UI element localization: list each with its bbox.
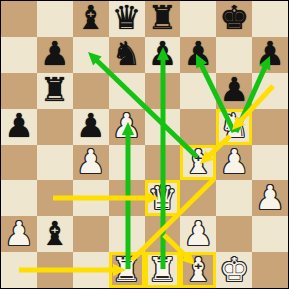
piece-white-pawn-a2[interactable]: ♟ — [4, 217, 34, 250]
square-g2[interactable] — [216, 216, 252, 252]
square-f8[interactable] — [180, 1, 216, 37]
square-b2[interactable]: ♝ — [37, 216, 73, 252]
square-c2[interactable] — [73, 216, 109, 252]
square-a7[interactable] — [1, 37, 37, 73]
piece-black-pawn-f7[interactable]: ♟ — [184, 37, 214, 70]
square-d7[interactable]: ♞ — [109, 37, 145, 73]
piece-white-bishop-f4[interactable]: ♝ — [184, 145, 214, 178]
piece-black-pawn-e7[interactable]: ♟ — [148, 37, 178, 70]
square-c7[interactable] — [73, 37, 109, 73]
piece-black-pawn-g6[interactable]: ♟ — [219, 73, 249, 106]
square-g1[interactable]: ♚ — [216, 252, 252, 288]
piece-black-pawn-h7[interactable]: ♟ — [255, 37, 285, 70]
square-a3[interactable] — [1, 180, 37, 216]
square-c6[interactable] — [73, 73, 109, 109]
square-e5[interactable] — [145, 109, 181, 145]
piece-black-bishop-c8[interactable]: ♝ — [76, 1, 106, 34]
square-a5[interactable]: ♟ — [1, 109, 37, 145]
square-e4[interactable] — [145, 145, 181, 181]
square-f6[interactable] — [180, 73, 216, 109]
square-e2[interactable] — [145, 216, 181, 252]
piece-black-bishop-b2[interactable]: ♝ — [40, 217, 70, 250]
square-h7[interactable]: ♟ — [252, 37, 288, 73]
piece-white-pawn-g4[interactable]: ♟ — [219, 145, 249, 178]
square-f3[interactable] — [180, 180, 216, 216]
square-d8[interactable]: ♛ — [109, 1, 145, 37]
square-d3[interactable] — [109, 180, 145, 216]
square-b3[interactable] — [37, 180, 73, 216]
square-e1[interactable]: ♜ — [145, 252, 181, 288]
square-h4[interactable] — [252, 145, 288, 181]
square-g8[interactable]: ♚ — [216, 1, 252, 37]
square-h5[interactable] — [252, 109, 288, 145]
piece-black-rook-b6[interactable]: ♜ — [40, 73, 70, 106]
piece-white-rook-d1[interactable]: ♜ — [112, 253, 142, 286]
square-f4[interactable]: ♝ — [180, 145, 216, 181]
square-d1[interactable]: ♜ — [109, 252, 145, 288]
square-e7[interactable]: ♟ — [145, 37, 181, 73]
piece-white-queen-e3[interactable]: ♛ — [148, 181, 178, 214]
square-g7[interactable] — [216, 37, 252, 73]
piece-black-queen-d8[interactable]: ♛ — [112, 1, 142, 34]
square-f1[interactable]: ♝ — [180, 252, 216, 288]
square-c8[interactable]: ♝ — [73, 1, 109, 37]
square-g3[interactable] — [216, 180, 252, 216]
piece-black-knight-d7[interactable]: ♞ — [112, 37, 142, 70]
square-d6[interactable] — [109, 73, 145, 109]
square-d5[interactable]: ♟ — [109, 109, 145, 145]
board-grid: ♝♛♜♚♟♞♟♟♟♜♟♟♟♟♞♟♝♟♛♟♟♝♟♜♜♝♚ — [1, 1, 288, 288]
piece-black-pawn-c5[interactable]: ♟ — [76, 109, 106, 142]
piece-black-rook-e8[interactable]: ♜ — [148, 1, 178, 34]
square-d4[interactable] — [109, 145, 145, 181]
square-h1[interactable] — [252, 252, 288, 288]
square-b6[interactable]: ♜ — [37, 73, 73, 109]
square-c5[interactable]: ♟ — [73, 109, 109, 145]
piece-white-pawn-c4[interactable]: ♟ — [76, 145, 106, 178]
square-a2[interactable]: ♟ — [1, 216, 37, 252]
square-b5[interactable] — [37, 109, 73, 145]
square-f7[interactable]: ♟ — [180, 37, 216, 73]
square-e6[interactable] — [145, 73, 181, 109]
square-h8[interactable] — [252, 1, 288, 37]
square-c4[interactable]: ♟ — [73, 145, 109, 181]
square-h3[interactable]: ♟ — [252, 180, 288, 216]
piece-white-pawn-f2[interactable]: ♟ — [184, 217, 214, 250]
square-f5[interactable] — [180, 109, 216, 145]
square-b4[interactable] — [37, 145, 73, 181]
piece-black-pawn-b7[interactable]: ♟ — [40, 37, 70, 70]
square-h6[interactable] — [252, 73, 288, 109]
square-e8[interactable]: ♜ — [145, 1, 181, 37]
square-g4[interactable]: ♟ — [216, 145, 252, 181]
square-b1[interactable] — [37, 252, 73, 288]
piece-white-pawn-d5[interactable]: ♟ — [112, 109, 142, 142]
piece-white-bishop-f1[interactable]: ♝ — [184, 253, 214, 286]
piece-black-king-g8[interactable]: ♚ — [219, 1, 249, 34]
square-a4[interactable] — [1, 145, 37, 181]
square-c1[interactable] — [73, 252, 109, 288]
square-c3[interactable] — [73, 180, 109, 216]
piece-white-rook-e1[interactable]: ♜ — [148, 253, 178, 286]
piece-white-king-g1[interactable]: ♚ — [219, 253, 249, 286]
square-d2[interactable] — [109, 216, 145, 252]
piece-black-pawn-a5[interactable]: ♟ — [4, 109, 34, 142]
square-e3[interactable]: ♛ — [145, 180, 181, 216]
square-g6[interactable]: ♟ — [216, 73, 252, 109]
square-a6[interactable] — [1, 73, 37, 109]
piece-white-pawn-h3[interactable]: ♟ — [255, 181, 285, 214]
square-h2[interactable] — [252, 216, 288, 252]
piece-white-knight-g5[interactable]: ♞ — [219, 109, 249, 142]
square-b7[interactable]: ♟ — [37, 37, 73, 73]
square-a8[interactable] — [1, 1, 37, 37]
square-b8[interactable] — [37, 1, 73, 37]
square-g5[interactable]: ♞ — [216, 109, 252, 145]
chess-board: ♝♛♜♚♟♞♟♟♟♜♟♟♟♟♞♟♝♟♛♟♟♝♟♜♜♝♚ — [0, 0, 289, 289]
square-f2[interactable]: ♟ — [180, 216, 216, 252]
square-a1[interactable] — [1, 252, 37, 288]
